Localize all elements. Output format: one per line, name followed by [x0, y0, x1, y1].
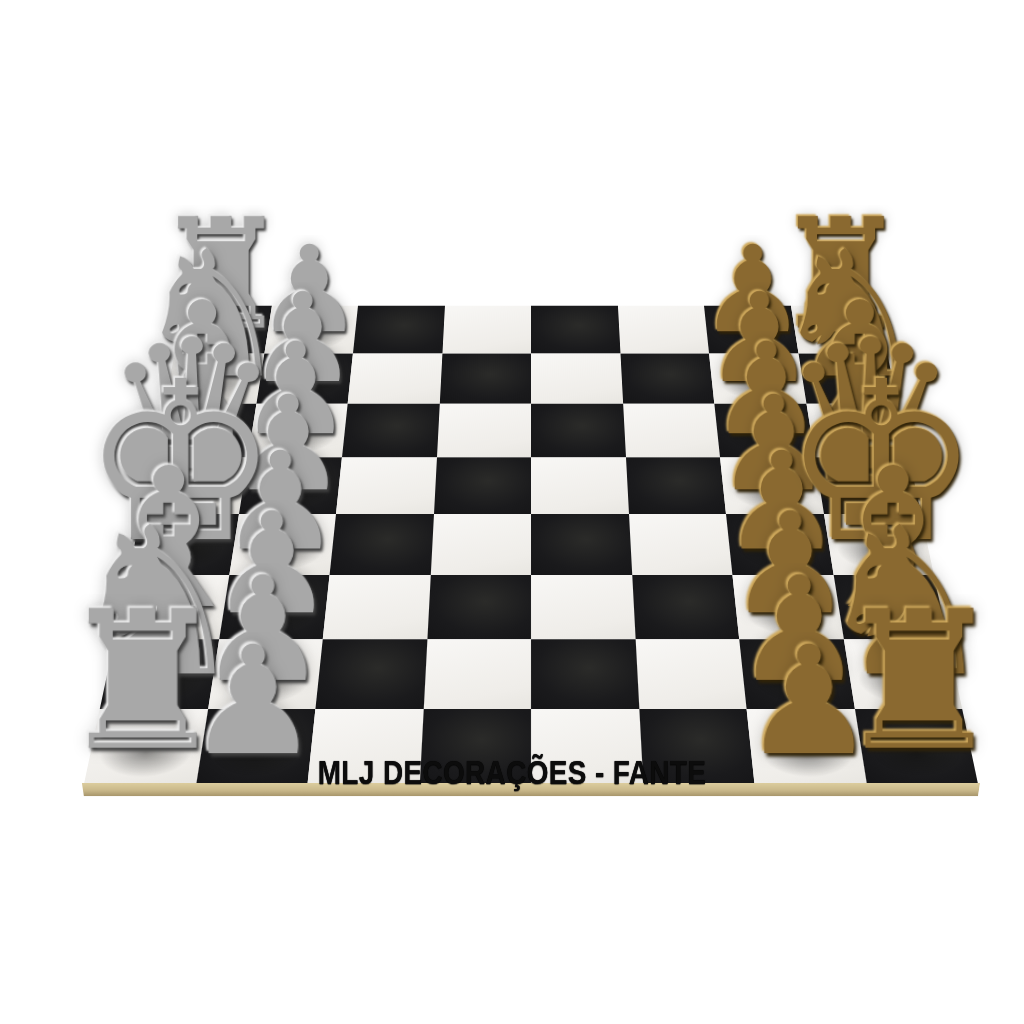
square	[348, 353, 442, 403]
square	[635, 639, 746, 708]
square	[442, 306, 531, 354]
square	[620, 353, 714, 403]
square	[623, 404, 720, 457]
square	[531, 514, 632, 575]
square	[632, 575, 740, 640]
square	[437, 404, 531, 457]
square	[531, 639, 639, 708]
chess-board: ♜♟♟♜♞♟♟♞♝♟♟♝♛♟♟♛♚♟♟♚♝♟♟♝♞♟♟♞♜♟♟♜	[84, 306, 978, 783]
square	[625, 457, 726, 514]
square	[531, 353, 623, 403]
product-photo-scene: ♜♟♟♜♞♟♟♞♝♟♟♝♛♟♟♛♚♟♟♚♝♟♟♝♞♟♟♞♜♟♟♜ MLJ DEC…	[0, 0, 1024, 1024]
silver-pawn-piece: ♟	[186, 632, 321, 770]
square	[315, 639, 426, 708]
square	[342, 404, 439, 457]
square	[427, 575, 531, 640]
square	[336, 457, 437, 514]
square	[439, 353, 531, 403]
watermark-title: MLJ DECORAÇÕES - FANTE	[92, 753, 932, 792]
square	[330, 514, 434, 575]
square	[434, 457, 532, 514]
square	[531, 457, 629, 514]
square	[629, 514, 733, 575]
square	[323, 575, 431, 640]
square	[618, 306, 710, 354]
gold-pawn-piece: ♟	[741, 632, 876, 770]
square	[423, 639, 531, 708]
square	[430, 514, 531, 575]
square	[353, 306, 445, 354]
square	[531, 575, 635, 640]
square	[531, 404, 625, 457]
square	[531, 306, 620, 354]
